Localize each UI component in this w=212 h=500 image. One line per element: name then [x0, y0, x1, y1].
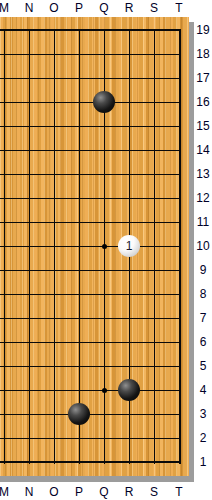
- row-label-19: 19: [194, 23, 212, 37]
- row-label-13: 13: [194, 167, 212, 181]
- move-number-label: 1: [126, 240, 133, 252]
- grid-line-v-N: [29, 30, 30, 464]
- col-label-top-P: P: [69, 1, 89, 15]
- col-label-top-N: N: [19, 1, 39, 15]
- row-label-8: 8: [194, 287, 212, 301]
- row-label-12: 12: [194, 191, 212, 205]
- row-label-3: 3: [194, 407, 212, 421]
- col-label-top-M: M: [0, 1, 14, 15]
- col-label-bottom-P: P: [69, 485, 89, 499]
- row-label-2: 2: [194, 431, 212, 445]
- grid-line-v-O: [54, 30, 55, 464]
- col-label-top-Q: Q: [94, 1, 114, 15]
- col-label-bottom-S: S: [144, 485, 164, 499]
- col-label-top-O: O: [44, 1, 64, 15]
- grid-line-v-P: [79, 30, 80, 464]
- col-label-top-T: T: [169, 1, 189, 15]
- stone-white-R10[interactable]: 1: [118, 235, 140, 257]
- grid-line-v-M: [4, 30, 5, 464]
- col-label-bottom-Q: Q: [94, 485, 114, 499]
- row-label-15: 15: [194, 119, 212, 133]
- row-label-16: 16: [194, 95, 212, 109]
- grid-line-v-T: [179, 30, 181, 464]
- row-label-5: 5: [194, 359, 212, 373]
- col-label-bottom-M: M: [0, 485, 14, 499]
- row-label-6: 6: [194, 335, 212, 349]
- row-label-11: 11: [194, 215, 212, 229]
- col-label-bottom-R: R: [119, 485, 139, 499]
- stone-black-P3[interactable]: [68, 403, 90, 425]
- col-label-top-S: S: [144, 1, 164, 15]
- col-label-bottom-N: N: [19, 485, 39, 499]
- go-board[interactable]: 1: [0, 17, 189, 476]
- row-label-14: 14: [194, 143, 212, 157]
- row-label-1: 1: [194, 455, 212, 469]
- col-label-bottom-T: T: [169, 485, 189, 499]
- row-label-10: 10: [194, 239, 212, 253]
- col-label-bottom-O: O: [44, 485, 64, 499]
- hoshi-Q4: [102, 388, 107, 393]
- row-label-4: 4: [194, 383, 212, 397]
- col-label-top-R: R: [119, 1, 139, 15]
- go-board-window: MNOPQRST 1 19181716151413121110987654321…: [0, 0, 212, 500]
- hoshi-Q10: [102, 244, 107, 249]
- row-label-9: 9: [194, 263, 212, 277]
- grid-line-v-S: [154, 30, 155, 464]
- row-label-7: 7: [194, 311, 212, 325]
- row-label-18: 18: [194, 47, 212, 61]
- stone-black-Q16[interactable]: [93, 91, 115, 113]
- stone-black-R4[interactable]: [118, 379, 140, 401]
- row-label-17: 17: [194, 71, 212, 85]
